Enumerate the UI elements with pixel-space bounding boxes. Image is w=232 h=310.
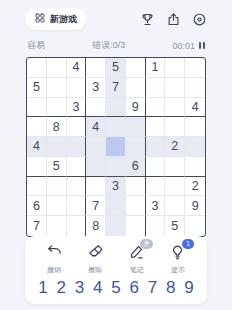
cell-r1c3[interactable]: 4: [67, 58, 87, 78]
cell-r9c8[interactable]: 5: [165, 216, 185, 236]
undo-button[interactable]: 撤销: [38, 243, 70, 275]
cell-r7c7[interactable]: [146, 177, 166, 197]
cell-r3c2[interactable]: [47, 98, 67, 118]
cell-r5c1[interactable]: 4: [27, 137, 47, 157]
cell-r4c3[interactable]: [67, 117, 87, 137]
mistakes-counter: 错误:0/3: [92, 39, 125, 52]
cell-r4c7[interactable]: [146, 117, 166, 137]
erase-button[interactable]: 擦除: [79, 243, 111, 275]
cell-r8c3[interactable]: [67, 196, 87, 216]
cell-r5c4[interactable]: [86, 137, 106, 157]
cell-r6c7[interactable]: [146, 157, 166, 177]
numpad-6[interactable]: 6: [125, 278, 143, 298]
cell-r5c8[interactable]: 2: [165, 137, 185, 157]
numpad-3[interactable]: 3: [71, 278, 89, 298]
cell-r9c3[interactable]: [67, 216, 87, 236]
cell-r6c6[interactable]: 6: [126, 157, 146, 177]
cell-r5c2[interactable]: [47, 137, 67, 157]
timer: 00:01: [172, 41, 205, 51]
cell-r3c5[interactable]: [106, 98, 126, 118]
notes-label: 擦除: [88, 265, 102, 275]
toolbar: 撤销 擦除 关 笔记: [25, 236, 207, 275]
top-bar-icons: [140, 12, 207, 27]
hint-button[interactable]: 1 提示: [162, 243, 194, 275]
cell-r9c2[interactable]: [47, 216, 67, 236]
cell-r8c2[interactable]: [47, 196, 67, 216]
numpad-1[interactable]: 1: [34, 278, 52, 298]
top-bar: 新游戏: [0, 0, 232, 31]
sudoku-board: 451537394844256326739785: [26, 57, 206, 237]
cell-r3c6[interactable]: 9: [126, 98, 146, 118]
cell-r9c7[interactable]: [146, 216, 166, 236]
cell-r3c3[interactable]: 3: [67, 98, 87, 118]
cell-r3c8[interactable]: [165, 98, 185, 118]
notes-button[interactable]: 关 笔记: [121, 243, 153, 275]
bottom-card: 撤销 擦除 关 笔记: [25, 236, 207, 304]
cell-r3c9[interactable]: 4: [185, 98, 205, 118]
cell-r4c8[interactable]: [165, 117, 185, 137]
cell-r3c1[interactable]: [27, 98, 47, 118]
cell-r1c8[interactable]: [165, 58, 185, 78]
numpad-8[interactable]: 8: [162, 278, 180, 298]
cell-r6c3[interactable]: [67, 157, 87, 177]
cell-r8c8[interactable]: [165, 196, 185, 216]
cell-r4c4[interactable]: 4: [86, 117, 106, 137]
notes-label: 笔记: [130, 265, 144, 275]
cell-r8c6[interactable]: [126, 196, 146, 216]
cell-r4c2[interactable]: 8: [47, 117, 67, 137]
cell-r9c6[interactable]: [126, 216, 146, 236]
timer-value: 00:01: [172, 41, 195, 51]
notes-badge: 关: [140, 239, 153, 249]
numpad-5[interactable]: 5: [107, 278, 125, 298]
cell-r1c4[interactable]: [86, 58, 106, 78]
cell-r1c1[interactable]: [27, 58, 47, 78]
settings-icon[interactable]: [192, 12, 207, 27]
cell-r6c9[interactable]: [185, 157, 205, 177]
numpad-9[interactable]: 9: [180, 278, 198, 298]
eraser-icon: [87, 243, 104, 263]
cell-r2c9[interactable]: [185, 78, 205, 98]
cell-r2c8[interactable]: [165, 78, 185, 98]
numpad: 123456789: [25, 275, 207, 298]
sudoku-app: 新游戏: [0, 0, 232, 310]
status-bar: 容易 错误:0/3 00:01: [0, 31, 232, 55]
cell-r7c6[interactable]: [126, 177, 146, 197]
cell-r8c9[interactable]: 9: [185, 196, 205, 216]
cell-r8c4[interactable]: 7: [86, 196, 106, 216]
cell-r3c7[interactable]: [146, 98, 166, 118]
hint-label: 提示: [171, 265, 185, 275]
cell-r1c6[interactable]: [126, 58, 146, 78]
cell-r7c8[interactable]: [165, 177, 185, 197]
cell-r7c9[interactable]: 2: [185, 177, 205, 197]
cell-r5c9[interactable]: [185, 137, 205, 157]
cell-r9c4[interactable]: 8: [86, 216, 106, 236]
cell-r2c7[interactable]: [146, 78, 166, 98]
cell-r3c4[interactable]: [86, 98, 106, 118]
cell-r4c6[interactable]: [126, 117, 146, 137]
numpad-7[interactable]: 7: [144, 278, 162, 298]
cell-r9c1[interactable]: 7: [27, 216, 47, 236]
pause-icon[interactable]: [199, 42, 205, 49]
cell-r5c7[interactable]: [146, 137, 166, 157]
cell-r8c5[interactable]: [106, 196, 126, 216]
cell-r9c9[interactable]: [185, 216, 205, 236]
cell-r2c6[interactable]: [126, 78, 146, 98]
hint-badge: 1: [182, 239, 194, 249]
undo-label: 撤销: [47, 265, 61, 275]
grid-icon: [34, 12, 46, 26]
cell-r8c7[interactable]: 3: [146, 196, 166, 216]
cell-r7c2[interactable]: [47, 177, 67, 197]
difficulty-label: 容易: [27, 39, 45, 52]
cell-r1c5[interactable]: 5: [106, 58, 126, 78]
cell-r2c4[interactable]: 3: [86, 78, 106, 98]
cell-r6c4[interactable]: [86, 157, 106, 177]
undo-icon: [46, 243, 63, 263]
trophy-icon[interactable]: [140, 12, 155, 27]
cell-r7c4[interactable]: [86, 177, 106, 197]
cell-r6c8[interactable]: [165, 157, 185, 177]
cell-r4c1[interactable]: [27, 117, 47, 137]
cell-r7c3[interactable]: [67, 177, 87, 197]
cell-r9c5[interactable]: [106, 216, 126, 236]
cell-r1c7[interactable]: 1: [146, 58, 166, 78]
cell-r6c1[interactable]: [27, 157, 47, 177]
cell-r1c9[interactable]: [185, 58, 205, 78]
numpad-4[interactable]: 4: [89, 278, 107, 298]
cell-r2c2[interactable]: [47, 78, 67, 98]
cell-r4c9[interactable]: [185, 117, 205, 137]
cell-r7c1[interactable]: [27, 177, 47, 197]
cell-r8c1[interactable]: 6: [27, 196, 47, 216]
share-icon[interactable]: [166, 12, 181, 27]
new-game-label: 新游戏: [50, 13, 77, 26]
numpad-2[interactable]: 2: [52, 278, 70, 298]
cell-r6c2[interactable]: 5: [47, 157, 67, 177]
new-game-button[interactable]: 新游戏: [25, 8, 86, 30]
cell-r7c5[interactable]: 3: [106, 177, 126, 197]
cell-r1c2[interactable]: [47, 58, 67, 78]
cell-r2c1[interactable]: 5: [27, 78, 47, 98]
cell-r2c5[interactable]: 7: [106, 78, 126, 98]
cell-r4c5[interactable]: [106, 117, 126, 137]
cell-r2c3[interactable]: [67, 78, 87, 98]
cell-r5c5[interactable]: [106, 137, 126, 157]
cell-r6c5[interactable]: [106, 157, 126, 177]
cell-r5c3[interactable]: [67, 137, 87, 157]
cell-r5c6[interactable]: [126, 137, 146, 157]
